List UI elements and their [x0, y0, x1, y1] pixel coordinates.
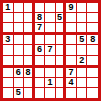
- cell-r9c8[interactable]: [77, 88, 88, 98]
- cell-r3c5[interactable]: [45, 23, 56, 35]
- cell-r7c1[interactable]: [3, 68, 14, 78]
- cell-r2c9[interactable]: [87, 13, 98, 23]
- cell-r2c1[interactable]: [3, 13, 14, 23]
- cell-r9c7[interactable]: [66, 88, 77, 98]
- cell-r7c8[interactable]: [77, 68, 88, 78]
- cell-r6c8: 2: [77, 56, 88, 68]
- cell-r5c5: 7: [45, 45, 56, 55]
- cell-r3c4: 7: [35, 23, 46, 35]
- cell-r5c3[interactable]: [24, 45, 35, 55]
- cell-r8c4[interactable]: [35, 78, 46, 88]
- cell-r1c9[interactable]: [87, 3, 98, 13]
- cell-r8c3[interactable]: [24, 78, 35, 88]
- cell-r9c9[interactable]: [87, 88, 98, 98]
- cell-r2c2[interactable]: [14, 13, 25, 23]
- cell-r3c3[interactable]: [24, 23, 35, 35]
- cell-r5c4: 6: [35, 45, 46, 55]
- cell-r9c4[interactable]: [35, 88, 46, 98]
- cell-r6c6[interactable]: [56, 56, 67, 68]
- cell-r8c2[interactable]: [14, 78, 25, 88]
- cell-r5c2[interactable]: [14, 45, 25, 55]
- cell-r6c2[interactable]: [14, 56, 25, 68]
- cell-r8c7: 4: [66, 78, 77, 88]
- cell-r2c6: 5: [56, 13, 67, 23]
- cell-r2c5[interactable]: [45, 13, 56, 23]
- cell-r5c1[interactable]: [3, 45, 14, 55]
- cell-r1c1: 1: [3, 3, 14, 13]
- cell-r8c9[interactable]: [87, 78, 98, 88]
- cell-r8c5: 1: [45, 78, 56, 88]
- cell-r9c1[interactable]: [3, 88, 14, 98]
- cell-r4c9: 8: [87, 35, 98, 45]
- cell-r8c6[interactable]: [56, 78, 67, 88]
- cell-r2c3[interactable]: [24, 13, 35, 23]
- cell-r4c2[interactable]: [14, 35, 25, 45]
- cell-r6c1[interactable]: [3, 56, 14, 68]
- cell-r6c3[interactable]: [24, 56, 35, 68]
- cell-r4c6[interactable]: [56, 35, 67, 45]
- cell-r4c8: 5: [77, 35, 88, 45]
- cell-r7c9[interactable]: [87, 68, 98, 78]
- cell-r6c5[interactable]: [45, 56, 56, 68]
- cell-r6c7[interactable]: [66, 56, 77, 68]
- cell-r7c4[interactable]: [35, 68, 46, 78]
- cell-r2c8[interactable]: [77, 13, 88, 23]
- cell-r1c8[interactable]: [77, 3, 88, 13]
- sudoku-board: 19857358672687145: [0, 0, 101, 101]
- cell-r4c1: 3: [3, 35, 14, 45]
- cell-r6c4[interactable]: [35, 56, 46, 68]
- cell-r4c7[interactable]: [66, 35, 77, 45]
- cell-r3c7[interactable]: [66, 23, 77, 35]
- cell-r7c3: 8: [24, 68, 35, 78]
- cell-r1c5[interactable]: [45, 3, 56, 13]
- cell-r3c2[interactable]: [14, 23, 25, 35]
- cell-r2c7[interactable]: [66, 13, 77, 23]
- cell-r6c9[interactable]: [87, 56, 98, 68]
- cell-r1c3[interactable]: [24, 3, 35, 13]
- cell-r8c1[interactable]: [3, 78, 14, 88]
- cell-r9c6[interactable]: [56, 88, 67, 98]
- cell-r7c2: 6: [14, 68, 25, 78]
- cell-r4c3[interactable]: [24, 35, 35, 45]
- cell-r5c6[interactable]: [56, 45, 67, 55]
- cell-r3c6[interactable]: [56, 23, 67, 35]
- cell-r1c7: 9: [66, 3, 77, 13]
- cell-r9c2: 5: [14, 88, 25, 98]
- cell-r7c6[interactable]: [56, 68, 67, 78]
- cell-r9c3[interactable]: [24, 88, 35, 98]
- cell-r5c7[interactable]: [66, 45, 77, 55]
- cell-r5c9[interactable]: [87, 45, 98, 55]
- cell-r1c2[interactable]: [14, 3, 25, 13]
- cell-r9c5[interactable]: [45, 88, 56, 98]
- cell-r8c8[interactable]: [77, 78, 88, 88]
